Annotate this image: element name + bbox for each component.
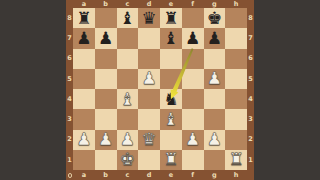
square-c8[interactable]: ♝ bbox=[117, 8, 139, 28]
square-d1[interactable] bbox=[138, 150, 160, 170]
square-f6[interactable] bbox=[182, 49, 204, 69]
square-b8[interactable] bbox=[95, 8, 117, 28]
square-a4[interactable] bbox=[73, 89, 95, 109]
file-label: h bbox=[225, 170, 247, 180]
square-b3[interactable] bbox=[95, 109, 117, 129]
square-b7[interactable]: ♟ bbox=[95, 28, 117, 48]
square-h7[interactable] bbox=[225, 28, 247, 48]
square-g7[interactable]: ♟ bbox=[204, 28, 226, 48]
corner-logo-icon bbox=[68, 173, 73, 178]
square-a2[interactable]: ♟ bbox=[73, 130, 95, 150]
square-d8[interactable]: ♛ bbox=[138, 8, 160, 28]
file-label: c bbox=[117, 170, 139, 180]
rank-labels-right: 87654321 bbox=[247, 8, 254, 170]
square-h6[interactable] bbox=[225, 49, 247, 69]
square-b6[interactable] bbox=[95, 49, 117, 69]
piece-white-rook[interactable]: ♜ bbox=[229, 151, 244, 168]
file-label: f bbox=[182, 170, 204, 180]
rank-label: 1 bbox=[247, 150, 254, 170]
square-g6[interactable] bbox=[204, 49, 226, 69]
file-label: f bbox=[182, 0, 204, 8]
file-label: e bbox=[160, 170, 182, 180]
square-b1[interactable] bbox=[95, 150, 117, 170]
file-label: h bbox=[225, 0, 247, 8]
square-f4[interactable] bbox=[182, 89, 204, 109]
rank-label: 3 bbox=[247, 109, 254, 129]
square-f2[interactable]: ♟ bbox=[182, 130, 204, 150]
square-e4[interactable]: ♞ bbox=[160, 89, 182, 109]
file-label: a bbox=[73, 170, 95, 180]
piece-black-bishop[interactable]: ♝ bbox=[120, 9, 135, 26]
square-h4[interactable] bbox=[225, 89, 247, 109]
square-g3[interactable] bbox=[204, 109, 226, 129]
rank-labels-left: 87654321 bbox=[66, 8, 73, 170]
file-label: b bbox=[95, 170, 117, 180]
square-f8[interactable] bbox=[182, 8, 204, 28]
piece-white-bishop[interactable]: ♝ bbox=[163, 110, 178, 127]
square-g2[interactable]: ♟ bbox=[204, 130, 226, 150]
rank-label: 2 bbox=[247, 130, 254, 150]
piece-white-rook[interactable]: ♜ bbox=[163, 151, 178, 168]
rank-label: 7 bbox=[66, 28, 73, 48]
piece-black-pawn[interactable]: ♟ bbox=[76, 29, 91, 46]
file-label: b bbox=[95, 0, 117, 8]
rank-label: 2 bbox=[66, 130, 73, 150]
square-a1[interactable] bbox=[73, 150, 95, 170]
square-f5[interactable] bbox=[182, 69, 204, 89]
square-h1[interactable]: ♜ bbox=[225, 150, 247, 170]
square-g8[interactable]: ♚ bbox=[204, 8, 226, 28]
square-e7[interactable]: ♝ bbox=[160, 28, 182, 48]
square-d3[interactable] bbox=[138, 109, 160, 129]
piece-white-pawn[interactable]: ♟ bbox=[207, 131, 222, 148]
square-c3[interactable] bbox=[117, 109, 139, 129]
square-d7[interactable] bbox=[138, 28, 160, 48]
piece-black-knight[interactable]: ♞ bbox=[163, 90, 178, 107]
square-g5[interactable]: ♟ bbox=[204, 69, 226, 89]
square-c2[interactable]: ♟ bbox=[117, 130, 139, 150]
piece-white-queen[interactable]: ♛ bbox=[142, 131, 157, 148]
square-a7[interactable]: ♟ bbox=[73, 28, 95, 48]
chess-board-frame: abcdefgh abcdefgh 87654321 87654321 ♜♝♛♜… bbox=[66, 0, 254, 180]
piece-white-pawn[interactable]: ♟ bbox=[120, 131, 135, 148]
square-e5[interactable] bbox=[160, 69, 182, 89]
rank-label: 8 bbox=[247, 8, 254, 28]
square-a8[interactable]: ♜ bbox=[73, 8, 95, 28]
rank-label: 5 bbox=[247, 69, 254, 89]
rank-label: 7 bbox=[247, 28, 254, 48]
rank-label: 5 bbox=[66, 69, 73, 89]
piece-white-pawn[interactable]: ♟ bbox=[185, 131, 200, 148]
chess-board[interactable]: ♜♝♛♜♚♟♟♝♟♟♟♟♝♞♝♟♟♟♛♟♟♚♜♜ bbox=[73, 8, 247, 170]
square-h8[interactable] bbox=[225, 8, 247, 28]
square-g4[interactable] bbox=[204, 89, 226, 109]
rank-label: 4 bbox=[66, 89, 73, 109]
square-h3[interactable] bbox=[225, 109, 247, 129]
square-f3[interactable] bbox=[182, 109, 204, 129]
piece-black-rook[interactable]: ♜ bbox=[163, 9, 178, 26]
square-g1[interactable] bbox=[204, 150, 226, 170]
square-e1[interactable]: ♜ bbox=[160, 150, 182, 170]
rank-label: 1 bbox=[66, 150, 73, 170]
file-label: d bbox=[138, 170, 160, 180]
square-e8[interactable]: ♜ bbox=[160, 8, 182, 28]
piece-black-pawn[interactable]: ♟ bbox=[98, 29, 113, 46]
square-d5[interactable]: ♟ bbox=[138, 69, 160, 89]
square-a6[interactable] bbox=[73, 49, 95, 69]
piece-black-bishop[interactable]: ♝ bbox=[163, 29, 178, 46]
square-c5[interactable] bbox=[117, 69, 139, 89]
piece-black-pawn[interactable]: ♟ bbox=[185, 29, 200, 46]
square-e3[interactable]: ♝ bbox=[160, 109, 182, 129]
piece-white-pawn[interactable]: ♟ bbox=[207, 70, 222, 87]
rank-label: 3 bbox=[66, 109, 73, 129]
piece-black-king[interactable]: ♚ bbox=[207, 9, 222, 26]
square-f7[interactable]: ♟ bbox=[182, 28, 204, 48]
rank-label: 4 bbox=[247, 89, 254, 109]
square-d2[interactable]: ♛ bbox=[138, 130, 160, 150]
rank-label: 6 bbox=[66, 49, 73, 69]
square-c4[interactable]: ♝ bbox=[117, 89, 139, 109]
page-background: abcdefgh abcdefgh 87654321 87654321 ♜♝♛♜… bbox=[0, 0, 320, 180]
file-labels-bottom: abcdefgh bbox=[73, 170, 247, 180]
square-d6[interactable] bbox=[138, 49, 160, 69]
piece-white-king[interactable]: ♚ bbox=[120, 151, 135, 168]
piece-white-pawn[interactable]: ♟ bbox=[98, 131, 113, 148]
square-b4[interactable] bbox=[95, 89, 117, 109]
square-b5[interactable] bbox=[95, 69, 117, 89]
piece-black-rook[interactable]: ♜ bbox=[76, 9, 91, 26]
square-a3[interactable] bbox=[73, 109, 95, 129]
square-e2[interactable] bbox=[160, 130, 182, 150]
piece-white-pawn[interactable]: ♟ bbox=[142, 70, 157, 87]
square-a5[interactable] bbox=[73, 69, 95, 89]
square-d4[interactable] bbox=[138, 89, 160, 109]
square-h2[interactable] bbox=[225, 130, 247, 150]
square-h5[interactable] bbox=[225, 69, 247, 89]
rank-label: 6 bbox=[247, 49, 254, 69]
rank-label: 8 bbox=[66, 8, 73, 28]
piece-black-pawn[interactable]: ♟ bbox=[207, 29, 222, 46]
square-c6[interactable] bbox=[117, 49, 139, 69]
square-f1[interactable] bbox=[182, 150, 204, 170]
square-c1[interactable]: ♚ bbox=[117, 150, 139, 170]
piece-black-queen[interactable]: ♛ bbox=[142, 9, 157, 26]
piece-white-bishop[interactable]: ♝ bbox=[120, 90, 135, 107]
file-label: g bbox=[204, 170, 226, 180]
piece-white-pawn[interactable]: ♟ bbox=[76, 131, 91, 148]
square-c7[interactable] bbox=[117, 28, 139, 48]
square-b2[interactable]: ♟ bbox=[95, 130, 117, 150]
square-e6[interactable] bbox=[160, 49, 182, 69]
